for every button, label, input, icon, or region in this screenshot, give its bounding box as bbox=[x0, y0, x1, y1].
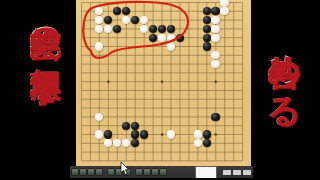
black-stone bbox=[149, 25, 157, 33]
black-stone bbox=[203, 16, 211, 24]
black-stone bbox=[211, 113, 219, 121]
toolbar-text-smudge bbox=[223, 170, 231, 175]
toolbar-button[interactable] bbox=[80, 169, 86, 175]
white-stone bbox=[211, 51, 219, 59]
black-stone bbox=[131, 139, 139, 147]
white-stone bbox=[220, 0, 228, 7]
white-stone bbox=[220, 7, 228, 15]
black-stone bbox=[131, 16, 139, 24]
white-stone bbox=[158, 34, 166, 42]
white-stone bbox=[122, 16, 130, 24]
black-stone bbox=[176, 34, 184, 42]
white-stone bbox=[95, 7, 103, 15]
white-stone bbox=[211, 16, 219, 24]
go-board[interactable] bbox=[76, 0, 251, 166]
toolbar-button[interactable] bbox=[72, 169, 78, 175]
black-stone bbox=[203, 25, 211, 33]
stone-grid bbox=[77, 0, 247, 165]
black-stone bbox=[131, 122, 139, 130]
white-stone bbox=[194, 139, 202, 147]
white-stone bbox=[167, 130, 175, 138]
white-stone bbox=[167, 34, 175, 42]
white-stone bbox=[167, 42, 175, 50]
black-stone bbox=[203, 130, 211, 138]
white-stone bbox=[122, 139, 130, 147]
black-stone bbox=[104, 130, 112, 138]
mouse-cursor-icon bbox=[120, 162, 130, 176]
toolbar-button[interactable] bbox=[88, 169, 94, 175]
white-stone bbox=[211, 34, 219, 42]
black-stone bbox=[203, 34, 211, 42]
left-caption: 絶芸の無理手を bbox=[30, 3, 61, 179]
white-stone bbox=[194, 130, 202, 138]
white-stone bbox=[140, 25, 148, 33]
black-stone bbox=[122, 122, 130, 130]
black-stone bbox=[203, 42, 211, 50]
white-stone bbox=[211, 60, 219, 68]
black-stone bbox=[203, 139, 211, 147]
black-stone bbox=[113, 7, 121, 15]
white-stone bbox=[95, 130, 103, 138]
black-stone bbox=[140, 130, 148, 138]
toolbar-button[interactable] bbox=[160, 169, 166, 175]
white-stone bbox=[104, 25, 112, 33]
black-stone bbox=[158, 25, 166, 33]
toolbar-text-smudge bbox=[243, 170, 251, 175]
black-stone bbox=[104, 16, 112, 24]
right-caption: 咎める bbox=[268, 29, 302, 179]
white-stone bbox=[95, 25, 103, 33]
toolbar-text-smudge bbox=[233, 170, 241, 175]
toolbar-button[interactable] bbox=[152, 169, 158, 175]
app-window: 絶芸の無理手を 咎める bbox=[0, 0, 320, 180]
black-stone bbox=[122, 7, 130, 15]
black-stone bbox=[203, 7, 211, 15]
black-stone bbox=[131, 130, 139, 138]
toolbar-white-panel[interactable] bbox=[196, 167, 216, 178]
black-stone bbox=[113, 25, 121, 33]
toolbar-button[interactable] bbox=[144, 169, 150, 175]
white-stone bbox=[95, 16, 103, 24]
white-stone bbox=[113, 139, 121, 147]
white-stone bbox=[95, 113, 103, 121]
white-stone bbox=[95, 42, 103, 50]
toolbar-button[interactable] bbox=[108, 169, 114, 175]
white-stone bbox=[140, 16, 148, 24]
toolbar bbox=[70, 166, 253, 178]
toolbar-button[interactable] bbox=[96, 169, 102, 175]
black-stone bbox=[211, 7, 219, 15]
toolbar-button[interactable] bbox=[136, 169, 142, 175]
black-stone bbox=[149, 34, 157, 42]
black-stone bbox=[167, 25, 175, 33]
white-stone bbox=[104, 139, 112, 147]
white-stone bbox=[211, 25, 219, 33]
